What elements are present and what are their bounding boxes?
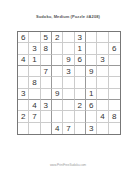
- sudoku-cell-r2c6[interactable]: 1: [75, 43, 86, 54]
- sudoku-cell-r5c8[interactable]: [97, 77, 108, 88]
- sudoku-cell-r7c2[interactable]: 4: [29, 100, 40, 111]
- sudoku-cell-r6c8[interactable]: [97, 89, 108, 100]
- sudoku-cell-r9c7[interactable]: 3: [86, 123, 97, 134]
- sudoku-cell-r8c4[interactable]: [52, 111, 63, 122]
- sudoku-cell-r7c5[interactable]: [63, 100, 74, 111]
- sudoku-cell-r3c1[interactable]: 4: [18, 55, 29, 66]
- sudoku-cell-r2c4[interactable]: [52, 43, 63, 54]
- sudoku-cell-r9c5[interactable]: 7: [63, 123, 74, 134]
- sudoku-grid: 6523381641963739839143262748473: [17, 31, 121, 135]
- sudoku-cell-r9c2[interactable]: [29, 123, 40, 134]
- sudoku-cell-r8c6[interactable]: [75, 111, 86, 122]
- sudoku-cell-r2c2[interactable]: 3: [29, 43, 40, 54]
- sudoku-cell-r4c2[interactable]: [29, 66, 40, 77]
- sudoku-cell-r1c1[interactable]: 6: [18, 32, 29, 43]
- sudoku-cell-r5c1[interactable]: [18, 77, 29, 88]
- sudoku-cell-r8c5[interactable]: [63, 111, 74, 122]
- sudoku-cell-r3c2[interactable]: 1: [29, 55, 40, 66]
- sudoku-cell-r4c1[interactable]: [18, 66, 29, 77]
- sudoku-cell-r9c6[interactable]: [75, 123, 86, 134]
- sudoku-page: Sudoku, Medium (Puzzle #A208) 6523381641…: [0, 0, 136, 176]
- sudoku-cell-r1c9[interactable]: [109, 32, 120, 43]
- sudoku-cell-r4c8[interactable]: [97, 66, 108, 77]
- sudoku-cell-r7c1[interactable]: [18, 100, 29, 111]
- sudoku-cell-r4c5[interactable]: 3: [63, 66, 74, 77]
- sudoku-cell-r7c3[interactable]: 3: [41, 100, 52, 111]
- sudoku-cell-r6c5[interactable]: [63, 89, 74, 100]
- page-title: Sudoku, Medium (Puzzle #A208): [0, 14, 136, 19]
- sudoku-cell-r6c7[interactable]: 1: [86, 89, 97, 100]
- sudoku-cell-r6c1[interactable]: 3: [18, 89, 29, 100]
- sudoku-cell-r9c9[interactable]: [109, 123, 120, 134]
- sudoku-cell-r6c6[interactable]: [75, 89, 86, 100]
- sudoku-cell-r1c5[interactable]: [63, 32, 74, 43]
- sudoku-cell-r7c6[interactable]: 2: [75, 100, 86, 111]
- sudoku-cell-r4c3[interactable]: 7: [41, 66, 52, 77]
- sudoku-cell-r8c2[interactable]: 7: [29, 111, 40, 122]
- sudoku-cell-r8c8[interactable]: 4: [97, 111, 108, 122]
- sudoku-cell-r8c7[interactable]: [86, 111, 97, 122]
- sudoku-cell-r6c4[interactable]: 9: [52, 89, 63, 100]
- footer-url: www.PrintFreeSudoku.com: [0, 163, 136, 167]
- sudoku-cell-r9c4[interactable]: 4: [52, 123, 63, 134]
- sudoku-cell-r2c3[interactable]: 8: [41, 43, 52, 54]
- sudoku-cell-r5c2[interactable]: 8: [29, 77, 40, 88]
- sudoku-cell-r1c4[interactable]: 2: [52, 32, 63, 43]
- sudoku-cell-r7c8[interactable]: [97, 100, 108, 111]
- sudoku-cell-r1c7[interactable]: [86, 32, 97, 43]
- sudoku-cell-r5c3[interactable]: [41, 77, 52, 88]
- sudoku-cell-r3c6[interactable]: 6: [75, 55, 86, 66]
- sudoku-cell-r3c7[interactable]: [86, 55, 97, 66]
- sudoku-cell-r5c9[interactable]: [109, 77, 120, 88]
- sudoku-cell-r2c5[interactable]: [63, 43, 74, 54]
- sudoku-cell-r1c6[interactable]: 3: [75, 32, 86, 43]
- sudoku-cell-r9c1[interactable]: [18, 123, 29, 134]
- sudoku-cell-r3c3[interactable]: [41, 55, 52, 66]
- sudoku-cell-r9c3[interactable]: [41, 123, 52, 134]
- sudoku-cell-r7c9[interactable]: [109, 100, 120, 111]
- sudoku-cell-r4c4[interactable]: [52, 66, 63, 77]
- sudoku-cell-r5c5[interactable]: [63, 77, 74, 88]
- sudoku-cell-r1c2[interactable]: [29, 32, 40, 43]
- sudoku-cell-r7c7[interactable]: 6: [86, 100, 97, 111]
- sudoku-cell-r8c1[interactable]: 2: [18, 111, 29, 122]
- sudoku-cell-r6c3[interactable]: [41, 89, 52, 100]
- sudoku-cell-r3c4[interactable]: [52, 55, 63, 66]
- sudoku-cell-r2c7[interactable]: [86, 43, 97, 54]
- sudoku-cell-r4c9[interactable]: [109, 66, 120, 77]
- sudoku-cell-r3c8[interactable]: 3: [97, 55, 108, 66]
- sudoku-cell-r5c7[interactable]: [86, 77, 97, 88]
- sudoku-cell-r3c9[interactable]: [109, 55, 120, 66]
- sudoku-cell-r8c9[interactable]: 8: [109, 111, 120, 122]
- sudoku-cell-r5c6[interactable]: [75, 77, 86, 88]
- sudoku-cell-r1c8[interactable]: [97, 32, 108, 43]
- sudoku-cell-r9c8[interactable]: [97, 123, 108, 134]
- sudoku-cell-r8c3[interactable]: [41, 111, 52, 122]
- sudoku-cell-r5c4[interactable]: [52, 77, 63, 88]
- sudoku-cell-r4c7[interactable]: 9: [86, 66, 97, 77]
- sudoku-cell-r6c9[interactable]: [109, 89, 120, 100]
- sudoku-cell-r2c1[interactable]: [18, 43, 29, 54]
- sudoku-cell-r3c5[interactable]: 9: [63, 55, 74, 66]
- sudoku-cell-r2c9[interactable]: 6: [109, 43, 120, 54]
- sudoku-cell-r1c3[interactable]: 5: [41, 32, 52, 43]
- sudoku-cell-r6c2[interactable]: [29, 89, 40, 100]
- sudoku-cell-r4c6[interactable]: [75, 66, 86, 77]
- sudoku-cell-r7c4[interactable]: [52, 100, 63, 111]
- sudoku-cell-r2c8[interactable]: [97, 43, 108, 54]
